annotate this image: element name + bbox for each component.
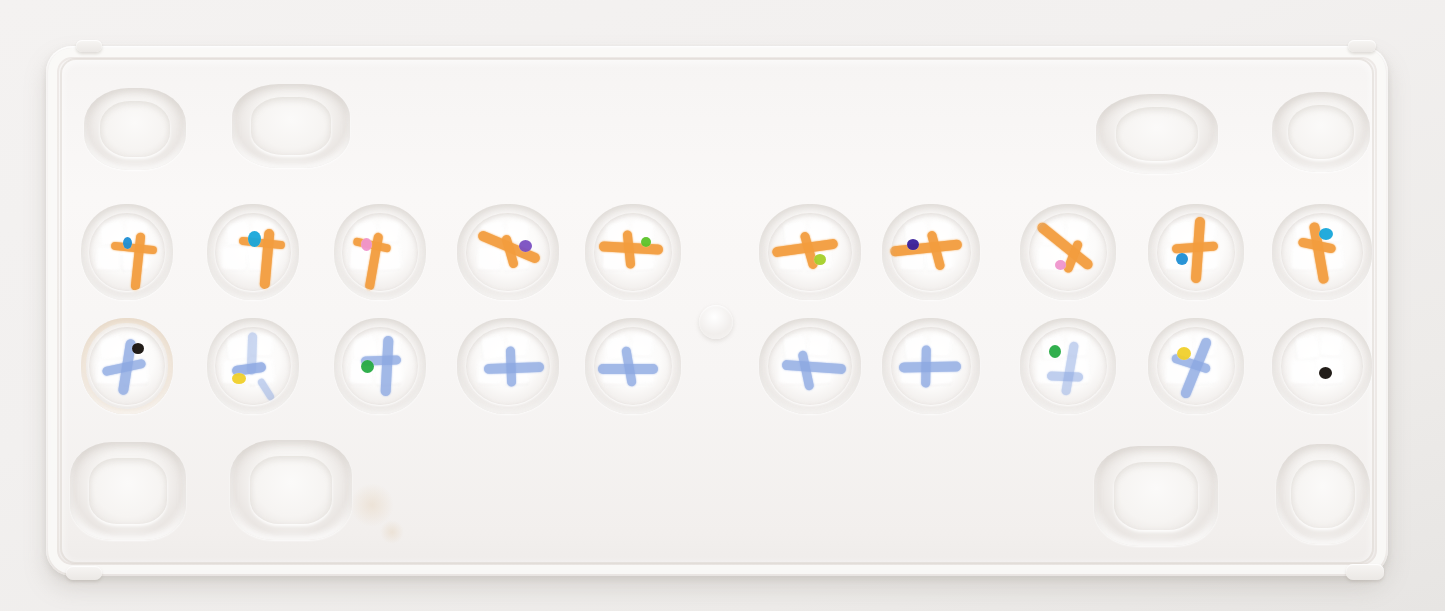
- cross-stroke: [361, 355, 401, 365]
- pit-lower-3[interactable]: [334, 318, 426, 414]
- bracket-pad: [1041, 336, 1065, 360]
- tray-foot-bottom-left: [66, 566, 102, 580]
- cross-stroke: [365, 232, 384, 291]
- store-well-bottom-left-2[interactable]: [230, 440, 352, 540]
- bracket-pad: [125, 221, 147, 243]
- lime-id-dot: [814, 254, 826, 265]
- bracket-lower-9[interactable]: [1148, 318, 1244, 414]
- bracket-pad: [353, 222, 377, 246]
- bracket-pad: [900, 360, 924, 384]
- bracket-pad: [481, 222, 505, 246]
- pit-lower-9[interactable]: [1148, 318, 1244, 414]
- pit-lower-7[interactable]: [882, 318, 980, 414]
- cross-stroke: [799, 230, 818, 269]
- bracket-pad: [96, 246, 120, 270]
- bracket-pad: [374, 358, 401, 385]
- bracket-pad: [627, 244, 654, 271]
- pit-upper-7[interactable]: [882, 204, 980, 300]
- bracket-pad: [779, 246, 803, 270]
- bracket-pad: [1169, 222, 1193, 246]
- bracket-pad: [1316, 358, 1343, 385]
- blue-id-dot: [123, 237, 132, 249]
- cross-stroke: [477, 230, 542, 265]
- cross-stroke: [257, 377, 276, 401]
- green-id-dot: [361, 360, 374, 373]
- cross-stroke: [102, 358, 147, 376]
- bracket-pad: [606, 336, 630, 360]
- bracket-pad: [374, 244, 401, 271]
- bracket-lower-7[interactable]: [882, 318, 980, 414]
- yellow-id-dot: [232, 373, 246, 384]
- cross-stroke: [926, 230, 945, 271]
- bracket-lower-1[interactable]: [81, 318, 173, 414]
- bracket-upper-4[interactable]: [457, 204, 559, 300]
- bracket-lower-8[interactable]: [1020, 318, 1116, 414]
- bracket-pad: [353, 336, 377, 360]
- cross-stroke: [782, 360, 847, 374]
- bracket-pad: [378, 335, 400, 357]
- bracket-pad: [481, 336, 505, 360]
- bracket-upper-1[interactable]: [81, 204, 173, 300]
- pit-lower-4[interactable]: [457, 318, 559, 414]
- bracket-pad: [502, 358, 529, 385]
- center-bump: [699, 305, 733, 339]
- black-id-dot: [132, 343, 144, 354]
- cross-stroke: [1297, 237, 1336, 254]
- cross-stroke: [484, 362, 544, 374]
- cross-stroke: [1047, 371, 1083, 381]
- pit-upper-3[interactable]: [334, 204, 426, 300]
- bracket-pad: [631, 335, 653, 357]
- bracket-pad: [1194, 335, 1216, 357]
- store-well-top-right-2[interactable]: [1272, 92, 1370, 172]
- pink-id-dot: [361, 238, 372, 251]
- bracket-pad: [1062, 244, 1089, 271]
- bracket-pad: [1066, 335, 1088, 357]
- green_bright-id-dot: [641, 237, 651, 247]
- bracket-pad: [1165, 360, 1189, 384]
- bracket-pad: [251, 335, 273, 357]
- bracket-pad: [1062, 358, 1089, 385]
- bracket-lower-3[interactable]: [334, 318, 426, 414]
- cross-stroke: [239, 237, 286, 250]
- bracket-pad: [477, 360, 501, 384]
- yellow-id-dot: [1177, 347, 1191, 360]
- pit-lower-8[interactable]: [1020, 318, 1116, 414]
- cross-stroke: [1062, 239, 1083, 274]
- bracket-pad: [779, 360, 803, 384]
- cross-stroke: [1061, 341, 1079, 396]
- bracket-pad: [1291, 246, 1315, 270]
- bracket-pad: [1320, 221, 1342, 243]
- blue-id-dot: [1176, 253, 1188, 265]
- bracket-pad: [1291, 360, 1315, 384]
- bracket-pad: [1190, 358, 1217, 385]
- purple-id-dot: [519, 240, 532, 252]
- pit-upper-9[interactable]: [1148, 204, 1244, 300]
- bracket-pad: [502, 244, 529, 271]
- cross-stroke: [1171, 353, 1212, 374]
- pit-upper-5[interactable]: [585, 204, 681, 300]
- store-well-bottom-left-1[interactable]: [70, 442, 186, 540]
- bracket-pad: [808, 221, 830, 243]
- bracket-pad: [929, 221, 951, 243]
- pit-upper-8[interactable]: [1020, 204, 1116, 300]
- bracket-pad: [783, 222, 807, 246]
- pit-upper-6[interactable]: [759, 204, 861, 300]
- pink-id-dot: [1055, 260, 1066, 270]
- tray-photo: [0, 0, 1445, 611]
- cross-stroke: [353, 237, 392, 253]
- bracket-pad: [783, 336, 807, 360]
- bracket-pad: [925, 244, 952, 271]
- bracket-pad: [349, 246, 373, 270]
- bracket-pad: [602, 246, 626, 270]
- bracket-upper-3[interactable]: [334, 204, 426, 300]
- bracket-pad: [222, 360, 246, 384]
- pit-lower-2[interactable]: [207, 318, 299, 414]
- bracket-pad: [1165, 246, 1189, 270]
- stain-smudge-2: [380, 520, 404, 544]
- cross-stroke: [921, 345, 931, 387]
- store-well-top-left-1[interactable]: [84, 88, 186, 170]
- bracket-pad: [904, 336, 928, 360]
- tray-foot-top-right: [1348, 40, 1376, 52]
- bracket-pad: [100, 222, 124, 246]
- cross-stroke: [118, 339, 137, 396]
- bracket-pad: [1194, 221, 1216, 243]
- pit-upper-1[interactable]: [81, 204, 173, 300]
- bracket-upper-5[interactable]: [585, 204, 681, 300]
- bracket-pad: [904, 222, 928, 246]
- bracket-pad: [1316, 244, 1343, 271]
- cross-stroke: [247, 332, 257, 374]
- bracket-pad: [247, 358, 274, 385]
- store-well-top-right-1[interactable]: [1096, 94, 1218, 174]
- bracket-pad: [96, 360, 120, 384]
- tray-foot-top-left: [76, 40, 102, 52]
- pit-lower-1[interactable]: [81, 318, 173, 414]
- bracket-upper-10[interactable]: [1272, 204, 1372, 300]
- store-well-bottom-right-2[interactable]: [1276, 444, 1370, 544]
- cyan-id-dot: [248, 231, 261, 247]
- bracket-pad: [804, 358, 831, 385]
- bracket-pad: [251, 221, 273, 243]
- bracket-upper-6[interactable]: [759, 204, 861, 300]
- bracket-pad: [100, 336, 124, 360]
- cross-stroke: [890, 239, 963, 256]
- cross-stroke: [380, 336, 393, 396]
- bracket-pad: [925, 358, 952, 385]
- bracket-pad: [929, 335, 951, 357]
- cross-stroke: [1035, 221, 1094, 272]
- bracket-upper-9[interactable]: [1148, 204, 1244, 300]
- cross-stroke: [623, 230, 636, 269]
- bracket-pad: [125, 335, 147, 357]
- cross-stroke: [1179, 336, 1212, 399]
- pit-upper-10[interactable]: [1272, 204, 1372, 300]
- bracket-pad: [631, 221, 653, 243]
- bracket-pad: [506, 221, 528, 243]
- store-well-bottom-right-1[interactable]: [1094, 446, 1218, 546]
- pit-upper-2[interactable]: [207, 204, 299, 300]
- bracket-upper-2[interactable]: [207, 204, 299, 300]
- bracket-pad: [477, 246, 501, 270]
- cross-stroke: [772, 238, 839, 257]
- cross-stroke: [501, 233, 519, 268]
- cross-stroke: [598, 364, 658, 374]
- cross-stroke: [1172, 241, 1219, 253]
- bracket-pad: [1169, 336, 1193, 360]
- bracket-pad: [804, 244, 831, 271]
- cross-stroke: [506, 346, 516, 386]
- pit-lower-5[interactable]: [585, 318, 681, 414]
- bracket-pad: [226, 222, 250, 246]
- bracket-pad: [602, 360, 626, 384]
- cross-stroke: [111, 242, 158, 255]
- bracket-pad: [900, 246, 924, 270]
- cross-stroke: [130, 232, 145, 291]
- pit-lower-6[interactable]: [759, 318, 861, 414]
- bracket-pad: [506, 335, 528, 357]
- bracket-pad: [121, 358, 148, 385]
- bracket-lower-6[interactable]: [759, 318, 861, 414]
- bracket-pad: [1295, 336, 1319, 360]
- cyan-id-dot: [1319, 228, 1333, 240]
- bracket-pad: [378, 221, 400, 243]
- bracket-lower-10[interactable]: [1272, 318, 1372, 414]
- tray-foot-bottom-right: [1346, 564, 1384, 580]
- bracket-pad: [349, 360, 373, 384]
- cross-stroke: [899, 361, 961, 372]
- bracket-pad: [606, 222, 630, 246]
- store-well-top-left-2[interactable]: [232, 84, 350, 168]
- bracket-pad: [1037, 360, 1061, 384]
- bracket-pad: [1066, 221, 1088, 243]
- bracket-pad: [1041, 222, 1065, 246]
- pit-lower-10[interactable]: [1272, 318, 1372, 414]
- bracket-pad: [222, 246, 246, 270]
- bracket-pad: [808, 335, 830, 357]
- bracket-pad: [1320, 335, 1342, 357]
- bracket-pad: [247, 244, 274, 271]
- cross-stroke: [599, 241, 663, 254]
- cross-stroke: [259, 229, 274, 290]
- bracket-lower-4[interactable]: [457, 318, 559, 414]
- bracket-upper-7[interactable]: [882, 204, 980, 300]
- pit-upper-4[interactable]: [457, 204, 559, 300]
- green-id-dot: [1049, 345, 1061, 358]
- bracket-pad: [121, 244, 148, 271]
- bracket-pad: [627, 358, 654, 385]
- cross-stroke: [231, 362, 266, 377]
- bracket-lower-5[interactable]: [585, 318, 681, 414]
- cross-stroke: [1191, 217, 1206, 284]
- black-id-dot: [1319, 367, 1332, 379]
- bracket-pad: [226, 336, 250, 360]
- cross-stroke: [1309, 222, 1330, 285]
- bracket-pad: [1037, 246, 1061, 270]
- cross-stroke: [621, 346, 637, 387]
- bracket-lower-2[interactable]: [207, 318, 299, 414]
- cross-stroke: [797, 350, 814, 391]
- bracket-pad: [1190, 244, 1217, 271]
- bracket-upper-8[interactable]: [1020, 204, 1116, 300]
- violet-id-dot: [907, 239, 919, 250]
- bracket-pad: [1295, 222, 1319, 246]
